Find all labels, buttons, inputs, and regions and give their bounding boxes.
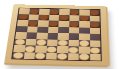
square-r7c6[interactable]: ● [79, 53, 90, 60]
checkers-board: ●●●●●●●●●●●●●●●●●●●●●●●● [4, 4, 108, 65]
square-r7c7[interactable] [90, 53, 101, 60]
square-r7c3[interactable] [45, 52, 56, 59]
square-r7c2[interactable]: ● [34, 52, 46, 59]
light-piece[interactable]: ● [34, 51, 46, 59]
light-piece[interactable]: ● [56, 52, 67, 60]
board-grid: ●●●●●●●●●●●●●●●●●●●●●●●● [11, 8, 102, 62]
light-piece[interactable]: ● [79, 52, 90, 60]
square-r7c5[interactable] [68, 53, 79, 60]
square-r7c4[interactable]: ● [56, 53, 67, 60]
square-r7c1[interactable] [23, 52, 35, 59]
product-photo: ●●●●●●●●●●●●●●●●●●●●●●●● [0, 0, 119, 69]
